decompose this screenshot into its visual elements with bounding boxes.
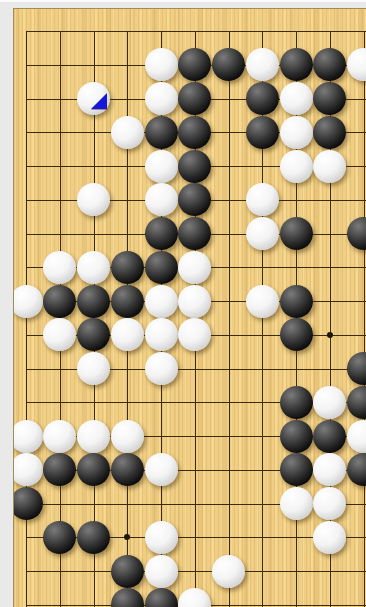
black-stone[interactable] <box>280 285 313 318</box>
black-stone[interactable] <box>77 453 110 486</box>
white-stone[interactable] <box>145 183 178 216</box>
black-stone[interactable] <box>280 318 313 351</box>
black-stone[interactable] <box>43 453 76 486</box>
black-stone[interactable] <box>347 453 366 486</box>
white-stone[interactable] <box>13 285 43 318</box>
white-stone[interactable] <box>43 251 76 284</box>
black-stone[interactable] <box>178 82 211 115</box>
white-stone[interactable] <box>13 453 43 486</box>
white-stone[interactable] <box>145 150 178 183</box>
black-stone[interactable] <box>111 285 144 318</box>
black-stone[interactable] <box>347 217 366 250</box>
white-stone[interactable] <box>313 386 346 419</box>
white-stone[interactable] <box>246 183 279 216</box>
black-stone[interactable] <box>178 217 211 250</box>
white-stone[interactable] <box>313 453 346 486</box>
black-stone[interactable] <box>111 588 144 607</box>
star-point <box>124 534 130 540</box>
white-stone[interactable] <box>111 420 144 453</box>
grid-line-vertical <box>364 31 365 607</box>
black-stone[interactable] <box>145 588 178 607</box>
page-background <box>0 0 366 607</box>
grid-line-horizontal <box>26 571 366 572</box>
black-stone[interactable] <box>313 48 346 81</box>
white-stone[interactable] <box>246 217 279 250</box>
black-stone[interactable] <box>43 285 76 318</box>
black-stone[interactable] <box>212 48 245 81</box>
white-stone[interactable] <box>246 285 279 318</box>
black-stone[interactable] <box>280 453 313 486</box>
black-stone[interactable] <box>246 82 279 115</box>
black-stone[interactable] <box>145 217 178 250</box>
white-stone[interactable] <box>145 453 178 486</box>
black-stone[interactable] <box>145 251 178 284</box>
black-stone[interactable] <box>280 217 313 250</box>
white-stone[interactable] <box>178 588 211 607</box>
black-stone[interactable] <box>347 352 366 385</box>
white-stone[interactable] <box>178 285 211 318</box>
white-stone[interactable] <box>145 555 178 588</box>
black-stone[interactable] <box>13 487 43 520</box>
black-stone[interactable] <box>347 386 366 419</box>
black-stone[interactable] <box>178 48 211 81</box>
white-stone[interactable] <box>347 420 366 453</box>
black-stone[interactable] <box>178 116 211 149</box>
black-stone[interactable] <box>77 521 110 554</box>
white-stone[interactable] <box>280 487 313 520</box>
black-stone[interactable] <box>280 48 313 81</box>
white-stone[interactable] <box>43 318 76 351</box>
white-stone[interactable] <box>280 150 313 183</box>
grid-line-vertical <box>26 31 27 607</box>
white-stone[interactable] <box>13 420 43 453</box>
black-stone[interactable] <box>77 318 110 351</box>
white-stone[interactable] <box>145 48 178 81</box>
white-stone[interactable] <box>111 318 144 351</box>
white-stone[interactable] <box>313 487 346 520</box>
white-stone[interactable] <box>77 251 110 284</box>
black-stone[interactable] <box>111 555 144 588</box>
white-stone[interactable] <box>77 420 110 453</box>
white-stone[interactable] <box>77 183 110 216</box>
grid-line-horizontal <box>26 31 366 32</box>
black-stone[interactable] <box>178 183 211 216</box>
black-stone[interactable] <box>178 150 211 183</box>
go-board[interactable] <box>13 8 366 607</box>
black-stone[interactable] <box>43 521 76 554</box>
white-stone[interactable] <box>77 352 110 385</box>
black-stone[interactable] <box>111 251 144 284</box>
white-stone[interactable] <box>212 555 245 588</box>
black-stone[interactable] <box>280 386 313 419</box>
white-stone[interactable] <box>145 318 178 351</box>
black-stone[interactable] <box>313 116 346 149</box>
white-stone[interactable] <box>178 318 211 351</box>
white-stone[interactable] <box>77 82 110 115</box>
black-stone[interactable] <box>111 453 144 486</box>
black-stone[interactable] <box>246 116 279 149</box>
white-stone[interactable] <box>145 521 178 554</box>
black-stone[interactable] <box>313 420 346 453</box>
white-stone[interactable] <box>178 251 211 284</box>
white-stone[interactable] <box>280 82 313 115</box>
white-stone[interactable] <box>43 420 76 453</box>
white-stone[interactable] <box>280 116 313 149</box>
white-stone[interactable] <box>145 285 178 318</box>
white-stone[interactable] <box>246 48 279 81</box>
black-stone[interactable] <box>313 82 346 115</box>
white-stone[interactable] <box>111 116 144 149</box>
black-stone[interactable] <box>145 116 178 149</box>
white-stone[interactable] <box>313 150 346 183</box>
grid-line-vertical <box>229 31 230 607</box>
black-stone[interactable] <box>77 285 110 318</box>
last-move-triangle-marker <box>91 93 107 109</box>
black-stone[interactable] <box>280 420 313 453</box>
white-stone[interactable] <box>313 521 346 554</box>
star-point <box>327 332 333 338</box>
white-stone[interactable] <box>347 48 366 81</box>
white-stone[interactable] <box>145 352 178 385</box>
white-stone[interactable] <box>145 82 178 115</box>
